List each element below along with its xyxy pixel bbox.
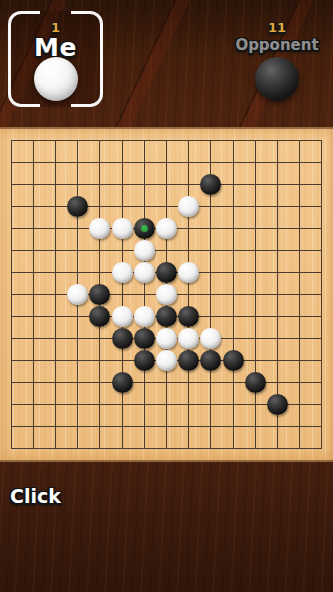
white-stone: [156, 284, 177, 305]
black-stone: [156, 262, 177, 283]
white-stone: [112, 306, 133, 327]
black-stone: [134, 350, 155, 371]
me-white-stone-icon: [34, 57, 78, 101]
white-stone: [178, 196, 199, 217]
white-stone: [200, 328, 221, 349]
opponent-black-stone-icon: [255, 57, 299, 101]
white-stone: [134, 262, 155, 283]
game-screen: 1 Me 11 Opponent Click: [0, 0, 333, 592]
white-stone: [89, 218, 110, 239]
player-me-card: 1 Me: [8, 11, 103, 107]
black-stone: [178, 306, 199, 327]
black-stone: [267, 394, 288, 415]
black-stone: [223, 350, 244, 371]
grid-line-horizontal: [11, 382, 322, 383]
black-stone: [67, 196, 88, 217]
grid-line-horizontal: [11, 426, 322, 427]
white-stone: [112, 262, 133, 283]
grid-line-vertical: [321, 140, 322, 448]
white-stone: [156, 350, 177, 371]
black-stone: [134, 218, 155, 239]
black-stone: [178, 350, 199, 371]
grid-line-vertical: [233, 140, 234, 448]
black-stone: [134, 328, 155, 349]
last-move-marker: [141, 225, 148, 232]
grid-line-vertical: [188, 140, 189, 448]
black-stone: [112, 372, 133, 393]
black-stone: [156, 306, 177, 327]
white-stone: [156, 218, 177, 239]
white-stone: [156, 328, 177, 349]
black-stone: [200, 174, 221, 195]
black-stone: [112, 328, 133, 349]
opponent-stone-count: 11: [223, 21, 331, 34]
player-opponent-block: 11 Opponent: [223, 11, 331, 107]
top-bar: 1 Me 11 Opponent: [0, 0, 333, 127]
black-stone: [245, 372, 266, 393]
white-stone: [67, 284, 88, 305]
black-stone: [89, 306, 110, 327]
black-stone: [89, 284, 110, 305]
grid-line-horizontal: [11, 448, 322, 449]
grid-line-vertical: [255, 140, 256, 448]
white-stone: [134, 240, 155, 261]
gomoku-board[interactable]: [0, 127, 333, 462]
opponent-label: Opponent: [223, 38, 331, 53]
white-stone: [134, 306, 155, 327]
white-stone: [178, 328, 199, 349]
grid-line-vertical: [299, 140, 300, 448]
black-stone: [200, 350, 221, 371]
white-stone: [112, 218, 133, 239]
turn-prompt: Click: [10, 487, 61, 506]
white-stone: [178, 262, 199, 283]
